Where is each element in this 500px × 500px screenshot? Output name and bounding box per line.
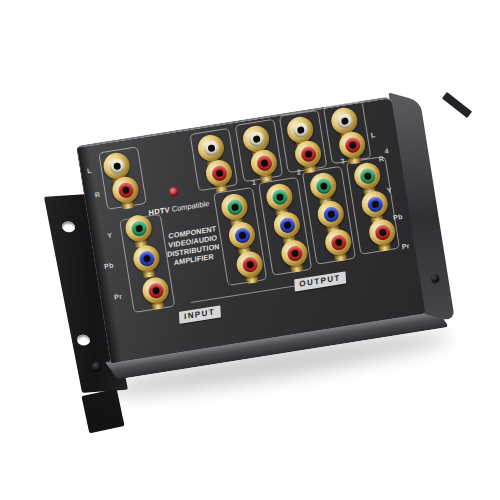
product-description: COMPONENT VIDEO/AUDIO DISTRIBUTION AMPLI…: [165, 224, 220, 269]
jack-ring: [293, 139, 323, 169]
input-label-pb: Pb: [104, 262, 115, 271]
screw: [92, 362, 101, 371]
jack-ring: [352, 161, 382, 191]
jack-ring: [316, 199, 346, 229]
output4-number: 4: [384, 147, 389, 155]
output-section-label: OUTPUT: [294, 271, 346, 291]
input-jack-r: [111, 175, 142, 213]
output-label-r: R: [378, 155, 385, 164]
output2-jack-r: [249, 148, 280, 186]
jack-ring: [227, 220, 257, 250]
input-label-y: Y: [107, 231, 113, 240]
output1-jack-pr: [235, 249, 266, 287]
output-label-pr: Pr: [401, 242, 410, 251]
output4-jack-pr: [367, 217, 398, 255]
output4-jack-r: [337, 130, 368, 168]
jack-ring: [323, 227, 353, 257]
jack-ring: [141, 275, 171, 305]
jack-ring: [111, 175, 141, 205]
output3-jack-r: [293, 139, 324, 177]
output2-jack-pr: [280, 238, 311, 276]
jack-ring: [360, 189, 390, 219]
mounting-flange-right: [442, 92, 472, 118]
output3-jack-pr: [323, 227, 354, 265]
output-label-l: L: [370, 131, 376, 140]
jack-ring: [132, 243, 162, 273]
mounting-hole: [61, 221, 76, 233]
amplifier-device: L R Y Pb Pr 1 2 3 4 L R Y Pb Pr HDTV Com…: [76, 96, 424, 361]
jack-ring: [235, 249, 265, 279]
input-label-r: R: [94, 191, 101, 200]
input-section-label: INPUT: [179, 305, 221, 324]
jack-ring: [220, 192, 250, 222]
input-label-l: L: [87, 167, 93, 176]
output-section-rule: [191, 286, 295, 303]
hdtv-badge: HDTV Compatible: [144, 198, 214, 218]
output-label-y: Y: [386, 186, 392, 195]
input-jack-pr: [141, 275, 172, 313]
product-photo: L R Y Pb Pr 1 2 3 4 L R Y Pb Pr HDTV Com…: [0, 0, 500, 500]
jack-ring: [204, 158, 234, 188]
jack-ring: [272, 210, 302, 240]
jack-ring: [280, 238, 310, 268]
input-label-pr: Pr: [114, 293, 123, 302]
input-jack-pb: [132, 243, 163, 281]
jack-ring: [249, 148, 279, 178]
jack-ring: [124, 213, 154, 243]
power-led: [169, 187, 179, 197]
mounting-hole: [76, 334, 91, 346]
jack-ring: [337, 130, 367, 160]
mounting-flange-foot: [81, 389, 124, 434]
jack-ring: [308, 171, 338, 201]
hdtv-badge-bold: HDTV: [149, 205, 170, 217]
output1-jack-r: [204, 158, 235, 196]
jack-ring: [265, 182, 295, 212]
output-label-pb: Pb: [393, 213, 404, 222]
jack-ring: [367, 217, 397, 247]
hdtv-badge-rest: Compatible: [172, 199, 210, 214]
